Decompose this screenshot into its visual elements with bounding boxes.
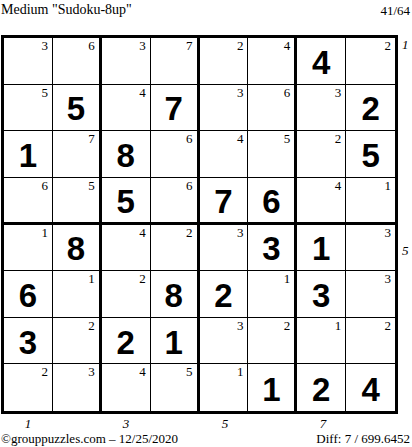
cell-r3c7[interactable]: 2 — [297, 131, 346, 178]
cell-r2c7[interactable]: 3 — [297, 85, 346, 132]
cell-r8c8[interactable]: 4 — [346, 364, 395, 411]
pencil-mark: 4 — [139, 85, 146, 100]
col-label-1: 1 — [21, 416, 35, 432]
given-digit: 7 — [151, 85, 197, 131]
pencil-mark: 4 — [139, 225, 146, 240]
cell-r7c3[interactable]: 2 — [102, 318, 151, 365]
pencil-mark: 3 — [237, 318, 244, 333]
cell-r3c3[interactable]: 8 — [102, 131, 151, 178]
cell-r1c5[interactable]: 2 — [200, 38, 249, 85]
pencil-mark: 2 — [41, 364, 48, 379]
cell-r2c1[interactable]: 5 — [4, 85, 53, 132]
cell-r2c2[interactable]: 5 — [53, 85, 102, 132]
cell-r1c7[interactable]: 4 — [297, 38, 346, 85]
pencil-mark: 5 — [186, 364, 193, 379]
pencil-mark: 4 — [237, 131, 244, 146]
copyright-text: ©grouppuzzles.com – 12/25/2020 — [1, 431, 178, 447]
cell-r4c8[interactable]: 1 — [346, 178, 395, 225]
pencil-mark: 3 — [88, 364, 95, 379]
cell-r3c8[interactable]: 5 — [346, 131, 395, 178]
given-digit: 1 — [4, 131, 52, 177]
cell-r2c3[interactable]: 4 — [102, 85, 151, 132]
cell-r6c1[interactable]: 6 — [4, 271, 53, 318]
given-digit: 3 — [297, 271, 345, 317]
pencil-mark: 1 — [284, 271, 291, 286]
pencil-mark: 2 — [237, 38, 244, 53]
col-label-5: 5 — [218, 416, 232, 432]
cell-r5c4[interactable]: 2 — [151, 225, 200, 272]
pencil-mark: 2 — [385, 38, 392, 53]
cell-r6c4[interactable]: 8 — [151, 271, 200, 318]
cell-r1c1[interactable]: 3 — [4, 38, 53, 85]
cell-r5c5[interactable]: 3 — [200, 225, 249, 272]
given-digit: 8 — [102, 131, 150, 177]
pencil-mark: 1 — [88, 271, 95, 286]
cell-r1c4[interactable]: 7 — [151, 38, 200, 85]
given-digit: 1 — [248, 364, 294, 411]
cell-r8c6[interactable]: 1 — [248, 364, 297, 411]
pencil-mark: 7 — [186, 38, 193, 53]
pencil-mark: 1 — [41, 225, 48, 240]
cell-r8c2[interactable]: 3 — [53, 364, 102, 411]
cell-r8c4[interactable]: 5 — [151, 364, 200, 411]
given-digit: 7 — [200, 178, 248, 222]
cell-r7c4[interactable]: 1 — [151, 318, 200, 365]
pencil-mark: 2 — [88, 318, 95, 333]
puzzle-counter: 41/64 — [380, 3, 410, 19]
cell-r2c8[interactable]: 2 — [346, 85, 395, 132]
cell-r3c2[interactable]: 7 — [53, 131, 102, 178]
col-label-7: 7 — [316, 416, 330, 432]
pencil-mark: 5 — [88, 178, 95, 193]
pencil-mark: 6 — [186, 178, 193, 193]
cell-r4c3[interactable]: 5 — [102, 178, 151, 225]
pencil-mark: 7 — [88, 131, 95, 146]
given-digit: 3 — [4, 318, 52, 364]
row-label-5: 5 — [402, 243, 409, 259]
pencil-mark: 3 — [385, 271, 392, 286]
cell-r4c1[interactable]: 6 — [4, 178, 53, 225]
pencil-mark: 3 — [41, 38, 48, 53]
given-digit: 4 — [297, 38, 345, 84]
pencil-mark: 4 — [139, 364, 146, 379]
cell-r4c5[interactable]: 7 — [200, 178, 249, 225]
col-label-3: 3 — [119, 416, 133, 432]
puzzle-page: Medium "Sudoku-8up" 41/64 36372442554736… — [0, 0, 412, 447]
cell-r3c5[interactable]: 4 — [200, 131, 249, 178]
pencil-mark: 2 — [186, 225, 193, 240]
cell-r8c5[interactable]: 1 — [200, 364, 249, 411]
given-digit: 2 — [200, 271, 248, 317]
cell-r1c3[interactable]: 3 — [102, 38, 151, 85]
pencil-mark: 5 — [41, 85, 48, 100]
cell-r6c6[interactable]: 1 — [248, 271, 297, 318]
cell-r6c3[interactable]: 2 — [102, 271, 151, 318]
given-digit: 5 — [346, 131, 395, 177]
cell-r1c8[interactable]: 2 — [346, 38, 395, 85]
given-digit: 2 — [297, 364, 345, 411]
pencil-mark: 6 — [88, 38, 95, 53]
given-digit: 2 — [346, 85, 395, 131]
cell-r7c7[interactable]: 1 — [297, 318, 346, 365]
cell-r3c1[interactable]: 1 — [4, 131, 53, 178]
cell-r5c3[interactable]: 4 — [102, 225, 151, 272]
cell-r1c6[interactable]: 4 — [248, 38, 297, 85]
row-label-1: 1 — [402, 37, 409, 53]
given-digit: 6 — [248, 178, 294, 222]
pencil-mark: 3 — [385, 225, 392, 240]
pencil-mark: 4 — [284, 38, 291, 53]
pencil-mark: 1 — [385, 178, 392, 193]
cell-r8c3[interactable]: 4 — [102, 364, 151, 411]
cell-r4c7[interactable]: 4 — [297, 178, 346, 225]
cell-r2c4[interactable]: 7 — [151, 85, 200, 132]
pencil-mark: 2 — [139, 271, 146, 286]
cell-r2c5[interactable]: 3 — [200, 85, 249, 132]
cell-r8c7[interactable]: 2 — [297, 364, 346, 411]
cell-r1c2[interactable]: 6 — [53, 38, 102, 85]
pencil-mark: 3 — [335, 85, 342, 100]
cell-r3c4[interactable]: 6 — [151, 131, 200, 178]
given-digit: 1 — [151, 318, 197, 364]
given-digit: 2 — [102, 318, 150, 364]
cell-r4c2[interactable]: 5 — [53, 178, 102, 225]
pencil-mark: 2 — [385, 318, 392, 333]
cell-r7c8[interactable]: 2 — [346, 318, 395, 365]
given-digit: 6 — [4, 271, 52, 317]
page-title: Medium "Sudoku-8up" — [1, 2, 132, 18]
cell-r5c2[interactable]: 8 — [53, 225, 102, 272]
cell-r4c6[interactable]: 6 — [248, 178, 297, 225]
given-digit: 1 — [297, 225, 345, 271]
cell-r7c5[interactable]: 3 — [200, 318, 249, 365]
pencil-mark: 3 — [237, 85, 244, 100]
cell-r5c8[interactable]: 3 — [346, 225, 395, 272]
sudoku-board: 3637244255473632178645256556764118423313… — [1, 35, 398, 414]
cell-r5c7[interactable]: 1 — [297, 225, 346, 272]
pencil-mark: 3 — [139, 38, 146, 53]
difficulty-text: Diff: 7 / 699.6452 — [316, 431, 410, 447]
cell-r2c6[interactable]: 6 — [248, 85, 297, 132]
pencil-mark: 4 — [335, 178, 342, 193]
cell-r7c6[interactable]: 2 — [248, 318, 297, 365]
pencil-mark: 1 — [237, 364, 244, 379]
cell-r6c2[interactable]: 1 — [53, 271, 102, 318]
cell-r8c1[interactable]: 2 — [4, 364, 53, 411]
cell-r7c1[interactable]: 3 — [4, 318, 53, 365]
pencil-mark: 3 — [237, 225, 244, 240]
given-digit: 5 — [102, 178, 150, 222]
pencil-mark: 2 — [335, 131, 342, 146]
cell-r3c6[interactable]: 5 — [248, 131, 297, 178]
given-digit: 5 — [53, 85, 99, 131]
cell-r6c8[interactable]: 3 — [346, 271, 395, 318]
pencil-mark: 6 — [284, 85, 291, 100]
pencil-mark: 5 — [284, 131, 291, 146]
cell-r6c5[interactable]: 2 — [200, 271, 249, 318]
cell-r5c6[interactable]: 3 — [248, 225, 297, 272]
cell-r5c1[interactable]: 1 — [4, 225, 53, 272]
given-digit: 8 — [151, 271, 197, 317]
cell-r6c7[interactable]: 3 — [297, 271, 346, 318]
given-digit: 4 — [346, 364, 395, 411]
pencil-mark: 6 — [41, 178, 48, 193]
given-digit: 8 — [53, 225, 99, 271]
pencil-mark: 6 — [186, 131, 193, 146]
cell-r7c2[interactable]: 2 — [53, 318, 102, 365]
cell-r4c4[interactable]: 6 — [151, 178, 200, 225]
pencil-mark: 1 — [335, 318, 342, 333]
given-digit: 3 — [248, 225, 294, 271]
pencil-mark: 2 — [284, 318, 291, 333]
